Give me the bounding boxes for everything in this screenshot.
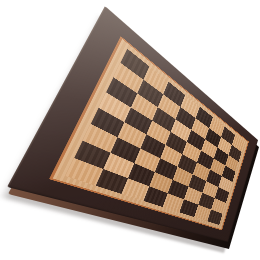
product-photo-canvas <box>0 0 260 260</box>
playing-field <box>65 49 244 225</box>
